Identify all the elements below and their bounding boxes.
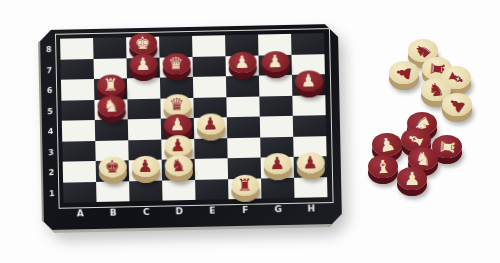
piece-white-pawn[interactable]: ♟ — [263, 153, 291, 175]
captured-piece-red-bishop[interactable]: ♝ — [368, 155, 398, 178]
file-label: G — [262, 201, 295, 217]
knight-symbol-icon: ♞ — [103, 97, 119, 114]
pawn-symbol-icon: ♟ — [269, 155, 285, 172]
queen-symbol-icon: ♛ — [169, 96, 185, 113]
piece-white-pawn[interactable]: ♟ — [164, 135, 192, 157]
rank-label: 7 — [42, 59, 57, 81]
pawn-symbol-icon: ♟ — [377, 134, 397, 155]
chess-board: 87654321 ABCDEFGH ♚♟♛♟♟♜♟♞♛♟♟♟♚♟♞♟♟♜ — [38, 24, 342, 233]
piece-white-queen[interactable]: ♛ — [163, 94, 191, 116]
piece-red-knight[interactable]: ♞ — [97, 95, 125, 117]
knight-symbol-icon: ♞ — [414, 149, 432, 169]
pawn-symbol-icon: ♟ — [404, 170, 420, 188]
pawn-symbol-icon: ♟ — [301, 73, 317, 90]
piece-red-pawn[interactable]: ♟ — [228, 51, 256, 73]
bishop-symbol-icon: ♝ — [374, 157, 391, 176]
rook-symbol-icon: ♜ — [103, 77, 119, 94]
file-label: H — [295, 200, 328, 216]
piece-white-knight[interactable]: ♞ — [164, 155, 192, 177]
captured-piece-white-pawn[interactable]: ♟ — [389, 61, 419, 84]
pawn-symbol-icon: ♟ — [170, 137, 186, 154]
pawn-symbol-icon: ♟ — [445, 93, 469, 117]
queen-symbol-icon: ♛ — [168, 55, 184, 72]
file-label: F — [229, 202, 262, 218]
captured-piece-red-pawn[interactable]: ♟ — [372, 133, 402, 156]
rank-label: 6 — [42, 79, 57, 101]
pawn-symbol-icon: ♟ — [170, 116, 186, 133]
captured-piece-red-pawn[interactable]: ♟ — [397, 167, 427, 190]
king-symbol-icon: ♚ — [104, 159, 120, 176]
knight-symbol-icon: ♞ — [170, 157, 186, 174]
piece-white-king[interactable]: ♚ — [98, 157, 126, 179]
pawn-symbol-icon: ♟ — [234, 53, 250, 70]
pawn-symbol-icon: ♟ — [203, 116, 219, 133]
piece-white-pawn[interactable]: ♟ — [296, 152, 324, 174]
pawn-symbol-icon: ♟ — [302, 155, 318, 172]
file-label: E — [196, 202, 229, 218]
rank-label: 1 — [44, 182, 59, 204]
rank-label: 5 — [42, 100, 57, 122]
piece-red-pawn[interactable]: ♟ — [129, 53, 157, 75]
pawn-symbol-icon: ♟ — [394, 63, 415, 82]
knight-symbol-icon: ♞ — [427, 79, 445, 99]
file-label: D — [163, 203, 196, 219]
rook-symbol-icon: ♜ — [237, 176, 253, 193]
file-label: A — [64, 205, 97, 221]
piece-red-pawn[interactable]: ♟ — [261, 51, 289, 73]
rank-label: 2 — [44, 161, 59, 183]
file-label: C — [130, 204, 163, 220]
piece-white-pawn[interactable]: ♟ — [196, 114, 224, 136]
piece-red-king[interactable]: ♚ — [128, 33, 156, 55]
rook-symbol-icon: ♜ — [437, 138, 456, 156]
piece-red-queen[interactable]: ♛ — [162, 53, 190, 75]
rank-labels: 87654321 — [41, 39, 59, 203]
rank-label: 3 — [43, 141, 58, 163]
pawn-symbol-icon: ♟ — [267, 53, 283, 70]
file-label: B — [97, 204, 130, 220]
piece-white-pawn[interactable]: ♟ — [131, 156, 159, 178]
file-labels: ABCDEFGH — [64, 200, 328, 221]
piece-red-pawn[interactable]: ♟ — [294, 70, 322, 92]
king-symbol-icon: ♚ — [135, 35, 151, 52]
pawn-symbol-icon: ♟ — [135, 56, 151, 73]
captured-piece-white-pawn[interactable]: ♟ — [442, 93, 472, 116]
piece-red-pawn[interactable]: ♟ — [163, 114, 191, 136]
piece-red-rook[interactable]: ♜ — [96, 75, 124, 97]
piece-white-rook[interactable]: ♜ — [230, 174, 258, 196]
pawn-symbol-icon: ♟ — [137, 158, 153, 175]
rank-label: 8 — [41, 38, 56, 60]
product-photo-stage: 87654321 ABCDEFGH ♚♟♛♟♟♜♟♞♛♟♟♟♚♟♞♟♟♜ ♞♜♟… — [0, 0, 500, 263]
pieces-layer: ♚♟♛♟♟♜♟♞♛♟♟♟♚♟♞♟♟♜ — [60, 33, 327, 202]
rank-label: 4 — [43, 120, 58, 142]
